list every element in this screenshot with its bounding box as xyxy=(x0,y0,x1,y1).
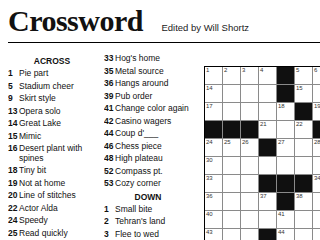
clue-number: 4 xyxy=(260,67,263,74)
clue-item: 25Read quickly xyxy=(8,229,96,239)
clue-number: 6 xyxy=(314,67,317,74)
clue-text: Small bite xyxy=(115,205,192,215)
clue-item: 2Tehran's land xyxy=(104,217,192,227)
crossword-grid[interactable]: 1234567891011121314151617181920212223242… xyxy=(204,66,320,240)
grid-cell[interactable]: 18 xyxy=(277,103,295,121)
grid-cell[interactable]: 37 xyxy=(259,193,277,211)
clue-item: 24Speedy xyxy=(8,216,96,226)
grid-cell[interactable] xyxy=(259,157,277,175)
clue-number: 17 xyxy=(206,103,213,110)
grid-cell[interactable]: 25 xyxy=(223,139,241,157)
clue-number: 14 xyxy=(206,85,213,92)
grid-cell[interactable] xyxy=(295,211,313,229)
clue-number: 1 xyxy=(104,205,115,215)
black-square xyxy=(223,121,241,139)
clue-number: 48 xyxy=(104,154,115,164)
clue-text: Chess piece xyxy=(115,142,192,152)
grid-cell[interactable]: 34 xyxy=(313,175,320,193)
clue-item: 1Small bite xyxy=(104,205,192,215)
black-square xyxy=(313,121,320,139)
grid-cell[interactable]: 41 xyxy=(277,211,295,229)
grid-cell[interactable] xyxy=(313,157,320,175)
clue-text: Pie part xyxy=(19,69,96,79)
clue-text: Hog's home xyxy=(115,54,192,64)
clue-item: 5Stadium cheer xyxy=(8,82,96,92)
page-title: Crossword xyxy=(8,4,143,38)
clue-number: 30 xyxy=(206,157,213,164)
black-square xyxy=(277,85,295,103)
clue-text: Stadium cheer xyxy=(19,82,96,92)
clue-number: 33 xyxy=(104,54,115,64)
grid-cell[interactable] xyxy=(241,193,259,211)
clue-number: 36 xyxy=(104,79,115,89)
clue-item: 33Hog's home xyxy=(104,54,192,64)
grid-cell[interactable]: 44 xyxy=(277,229,295,240)
clue-number: 3 xyxy=(242,67,245,74)
black-square xyxy=(259,229,277,240)
clue-text: Desert plant with spines xyxy=(19,144,96,163)
clue-number: 9 xyxy=(8,94,19,104)
masthead: Crossword Edited by Will Shortz xyxy=(8,4,320,42)
grid-cell[interactable] xyxy=(277,157,295,175)
clue-number: 22 xyxy=(8,204,19,214)
grid-cell[interactable]: 5 xyxy=(295,67,313,85)
clue-text: Casino wagers xyxy=(115,117,192,127)
clue-item: 41Change color again xyxy=(104,104,192,114)
clue-number: 27 xyxy=(278,139,285,146)
black-square xyxy=(277,67,295,85)
clue-number: 19 xyxy=(314,103,320,110)
clue-item: 1Pie part xyxy=(8,69,96,79)
clue-number: 26 xyxy=(242,139,249,146)
black-square xyxy=(295,175,313,193)
header-rule xyxy=(8,42,320,43)
clue-number: 15 xyxy=(8,132,19,142)
clue-text: Opera solo xyxy=(19,107,96,117)
grid-cell[interactable] xyxy=(313,229,320,240)
clue-number: 1 xyxy=(8,69,19,79)
clue-number: 20 xyxy=(8,191,19,201)
grid-cell[interactable]: 19 xyxy=(313,103,320,121)
clue-number: 46 xyxy=(104,142,115,152)
newspaper-crossword-page: Crossword Edited by Will Shortz ACROSS1P… xyxy=(0,0,320,240)
clue-number: 44 xyxy=(104,129,115,139)
clue-number: 33 xyxy=(206,175,213,182)
clue-text: Actor Alda xyxy=(19,204,96,214)
clue-number: 19 xyxy=(8,179,19,189)
grid-cell[interactable] xyxy=(241,103,259,121)
grid-cell[interactable]: 27 xyxy=(277,139,295,157)
clue-item: 46Chess piece xyxy=(104,142,192,152)
clue-number: 5 xyxy=(8,82,19,92)
grid-cell[interactable] xyxy=(241,85,259,103)
clue-number: 25 xyxy=(224,139,231,146)
clue-number: 14 xyxy=(8,119,19,129)
black-square xyxy=(295,103,313,121)
clue-text: Change color again xyxy=(115,104,192,114)
clue-item: 48High plateau xyxy=(104,154,192,164)
clue-number: 3 xyxy=(104,230,115,240)
clue-item: 15Mimic xyxy=(8,132,96,142)
clue-number: 1 xyxy=(206,67,209,74)
clue-number: 24 xyxy=(206,139,213,146)
clue-number: 21 xyxy=(260,121,267,128)
grid-cell[interactable] xyxy=(223,157,241,175)
grid-cell[interactable] xyxy=(241,229,259,240)
grid-cell[interactable] xyxy=(313,211,320,229)
clue-number: 52 xyxy=(104,167,115,177)
grid-cell[interactable] xyxy=(223,85,241,103)
grid-cell[interactable]: 26 xyxy=(241,139,259,157)
clue-item: 14Great Lake xyxy=(8,119,96,129)
clue-number: 22 xyxy=(296,121,303,128)
clue-text: Tehran's land xyxy=(115,217,192,227)
clue-number: 41 xyxy=(104,104,115,114)
clue-number: 18 xyxy=(278,103,285,110)
clue-number: 2 xyxy=(104,217,115,227)
clue-text: Metal source xyxy=(115,67,192,77)
grid-cell[interactable]: 38 xyxy=(295,193,313,211)
clue-text: Skirt style xyxy=(19,94,96,104)
clue-number: 2 xyxy=(224,67,227,74)
grid-cell[interactable]: 40 xyxy=(205,211,223,229)
clue-number: 15 xyxy=(296,85,303,92)
clue-number: 35 xyxy=(104,67,115,77)
grid-cell[interactable]: 22 xyxy=(295,121,313,139)
grid-cell[interactable] xyxy=(223,103,241,121)
black-square xyxy=(277,175,295,193)
clue-item: 18Tiny bit xyxy=(8,166,96,176)
grid-cell[interactable] xyxy=(259,211,277,229)
clue-text: Coup d'___ xyxy=(115,129,192,139)
grid-cell[interactable] xyxy=(259,85,277,103)
clue-item: 13Opera solo xyxy=(8,107,96,117)
editor-byline: Edited by Will Shortz xyxy=(161,22,249,33)
clue-text: Flee to wed xyxy=(115,230,192,240)
clue-item: 20Line of stitches xyxy=(8,191,96,201)
grid-cell[interactable] xyxy=(223,193,241,211)
grid-cell[interactable] xyxy=(223,229,241,240)
clue-number: 38 xyxy=(296,193,303,200)
clue-text: Tiny bit xyxy=(19,166,96,176)
clue-item: 16Desert plant with spines xyxy=(8,144,96,163)
grid-cell[interactable]: 14 xyxy=(205,85,223,103)
clue-text: Line of stitches xyxy=(19,191,96,201)
clue-text: Mimic xyxy=(19,132,96,142)
clue-item: 22Actor Alda xyxy=(8,204,96,214)
clue-text: Great Lake xyxy=(19,119,96,129)
clue-text: Pub order xyxy=(115,92,192,102)
grid-cell[interactable] xyxy=(295,229,313,240)
grid-cell[interactable] xyxy=(223,175,241,193)
clue-text: Hangs around xyxy=(115,79,192,89)
clue-number: 25 xyxy=(8,229,19,239)
clue-text: Speedy xyxy=(19,216,96,226)
grid-cell[interactable]: 2 xyxy=(223,67,241,85)
clue-number: 43 xyxy=(206,229,213,236)
grid-cell[interactable]: 33 xyxy=(205,175,223,193)
grid-cell[interactable] xyxy=(241,211,259,229)
clue-column-2: 33Hog's home35Metal source36Hangs around… xyxy=(104,54,192,240)
clue-number: 40 xyxy=(206,211,213,218)
grid-cell[interactable] xyxy=(295,139,313,157)
grid-cell[interactable]: 17 xyxy=(205,103,223,121)
grid-cell[interactable]: 3 xyxy=(241,67,259,85)
black-square xyxy=(205,121,223,139)
black-square xyxy=(241,121,259,139)
clue-text: Not at home xyxy=(19,179,96,189)
grid-cell[interactable] xyxy=(223,211,241,229)
clue-item: 52Compass pt. xyxy=(104,167,192,177)
grid-cell[interactable]: 21 xyxy=(259,121,277,139)
clue-column-1: ACROSS1Pie part5Stadium cheer9Skirt styl… xyxy=(8,54,96,240)
grid-cell[interactable]: 43 xyxy=(205,229,223,240)
clue-number: 5 xyxy=(296,67,299,74)
grid-cell[interactable]: 30 xyxy=(205,157,223,175)
clue-item: 36Hangs around xyxy=(104,79,192,89)
grid-cell[interactable]: 6 xyxy=(313,67,320,85)
grid-cell[interactable] xyxy=(241,175,259,193)
clue-item: 19Not at home xyxy=(8,179,96,189)
clue-number: 16 xyxy=(8,144,19,163)
grid-cell[interactable] xyxy=(259,103,277,121)
clue-number: 34 xyxy=(314,175,320,182)
clue-list-header: DOWN xyxy=(104,192,192,202)
grid-cell[interactable] xyxy=(313,85,320,103)
clue-list-header: ACROSS xyxy=(8,56,96,66)
clue-text: Read quickly xyxy=(19,229,96,239)
black-square xyxy=(259,175,277,193)
clue-item: 53Cozy corner xyxy=(104,179,192,189)
clue-text: Cozy corner xyxy=(115,179,192,189)
clue-number: 13 xyxy=(8,107,19,117)
clue-number: 24 xyxy=(8,216,19,226)
grid-cell[interactable]: 24 xyxy=(205,139,223,157)
grid-cell[interactable]: 15 xyxy=(295,85,313,103)
clue-number: 36 xyxy=(206,193,213,200)
clue-item: 9Skirt style xyxy=(8,94,96,104)
clue-item: 3Flee to wed xyxy=(104,230,192,240)
grid-cell[interactable] xyxy=(313,193,320,211)
clue-item: 39Pub order xyxy=(104,92,192,102)
clue-number: 53 xyxy=(104,179,115,189)
clue-number: 41 xyxy=(278,211,285,218)
grid-cell[interactable] xyxy=(241,157,259,175)
clue-text: High plateau xyxy=(115,154,192,164)
clue-text: Compass pt. xyxy=(115,167,192,177)
clue-item: 44Coup d'___ xyxy=(104,129,192,139)
clue-number: 28 xyxy=(314,139,320,146)
clue-number: 44 xyxy=(278,229,285,236)
grid-cell[interactable]: 1 xyxy=(205,67,223,85)
grid-cell[interactable]: 4 xyxy=(259,67,277,85)
black-square xyxy=(277,193,295,211)
clue-item: 42Casino wagers xyxy=(104,117,192,127)
grid-cell[interactable]: 36 xyxy=(205,193,223,211)
clue-item: 35Metal source xyxy=(104,67,192,77)
clue-number: 37 xyxy=(260,193,267,200)
grid-cell[interactable]: 28 xyxy=(313,139,320,157)
clue-number: 42 xyxy=(104,117,115,127)
clue-number: 18 xyxy=(8,166,19,176)
black-square xyxy=(259,139,277,157)
clue-number: 39 xyxy=(104,92,115,102)
grid-cell[interactable] xyxy=(277,121,295,139)
grid-cell[interactable] xyxy=(295,157,313,175)
